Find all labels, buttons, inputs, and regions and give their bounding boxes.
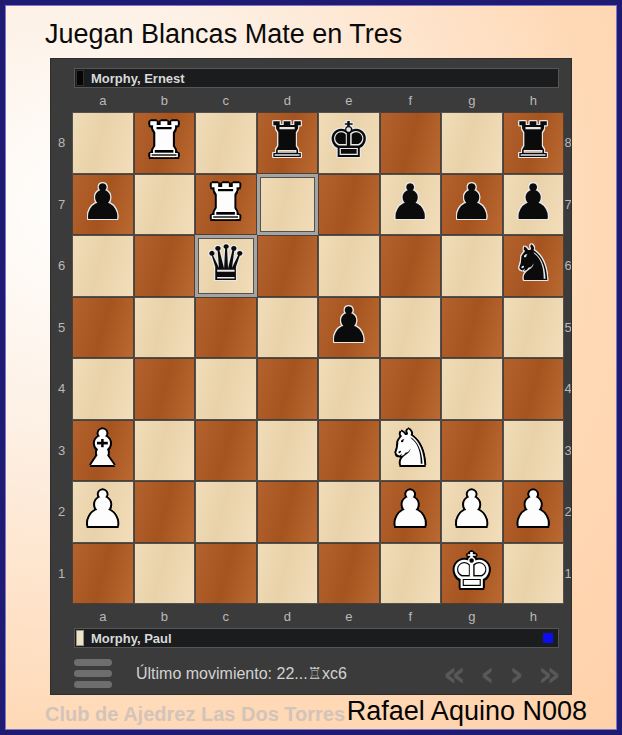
square-g5[interactable] bbox=[441, 297, 503, 359]
square-h1[interactable] bbox=[503, 543, 565, 605]
rank-labels-right: 87654321 bbox=[563, 112, 572, 604]
square-e2[interactable] bbox=[318, 481, 380, 543]
square-d7[interactable] bbox=[257, 174, 319, 236]
square-g4[interactable] bbox=[441, 358, 503, 420]
piece-white-pawn[interactable]: ♟ bbox=[450, 485, 494, 534]
square-b7[interactable] bbox=[134, 174, 196, 236]
file-label: e bbox=[318, 90, 380, 112]
file-label: f bbox=[380, 90, 442, 112]
piece-black-pawn[interactable]: ♟ bbox=[388, 178, 432, 227]
file-label: f bbox=[380, 606, 442, 628]
square-c2[interactable] bbox=[195, 481, 257, 543]
square-f3[interactable]: ♞ bbox=[380, 420, 442, 482]
rank-labels-left: 87654321 bbox=[51, 112, 72, 604]
file-label: g bbox=[441, 90, 503, 112]
piece-white-rook[interactable]: ♜ bbox=[204, 178, 248, 227]
file-labels-bottom: abcdefgh bbox=[72, 606, 564, 628]
square-g6[interactable] bbox=[441, 235, 503, 297]
rank-label: 8 bbox=[563, 112, 572, 174]
square-c5[interactable] bbox=[195, 297, 257, 359]
menu-icon[interactable] bbox=[74, 659, 112, 688]
square-c6[interactable]: ♛ bbox=[195, 235, 257, 297]
piece-black-knight[interactable]: ♞ bbox=[511, 239, 555, 288]
square-c3[interactable] bbox=[195, 420, 257, 482]
last-move-text: Último movimiento: 22...♖xc6 bbox=[136, 664, 347, 683]
piece-black-pawn[interactable]: ♟ bbox=[450, 178, 494, 227]
piece-black-rook[interactable]: ♜ bbox=[265, 116, 309, 165]
square-b5[interactable] bbox=[134, 297, 196, 359]
square-a6[interactable] bbox=[72, 235, 134, 297]
nav-last-button[interactable]: » bbox=[538, 656, 561, 692]
page-title: Juegan Blancas Mate en Tres bbox=[45, 19, 402, 50]
square-g2[interactable]: ♟ bbox=[441, 481, 503, 543]
white-side-marker bbox=[76, 630, 84, 646]
file-label: a bbox=[72, 606, 134, 628]
rank-label: 7 bbox=[563, 174, 572, 236]
move-navigation: « ‹ › » bbox=[443, 656, 561, 692]
piece-black-pawn[interactable]: ♟ bbox=[511, 178, 555, 227]
file-label: h bbox=[503, 606, 565, 628]
piece-white-bishop[interactable]: ♝ bbox=[81, 424, 125, 473]
square-g7[interactable]: ♟ bbox=[441, 174, 503, 236]
square-h6[interactable]: ♞ bbox=[503, 235, 565, 297]
piece-white-pawn[interactable]: ♟ bbox=[388, 485, 432, 534]
file-label: h bbox=[503, 90, 565, 112]
square-d2[interactable] bbox=[257, 481, 319, 543]
square-d3[interactable] bbox=[257, 420, 319, 482]
rank-label: 6 bbox=[51, 235, 72, 297]
file-label: a bbox=[72, 90, 134, 112]
square-h5[interactable] bbox=[503, 297, 565, 359]
square-b3[interactable] bbox=[134, 420, 196, 482]
rank-label: 1 bbox=[563, 543, 572, 605]
square-b2[interactable] bbox=[134, 481, 196, 543]
rank-label: 5 bbox=[563, 297, 572, 359]
rank-label: 2 bbox=[51, 481, 72, 543]
square-g8[interactable] bbox=[441, 112, 503, 174]
piece-white-knight[interactable]: ♞ bbox=[388, 424, 432, 473]
square-f1[interactable] bbox=[380, 543, 442, 605]
piece-black-rook[interactable]: ♜ bbox=[511, 116, 555, 165]
square-b8[interactable]: ♜ bbox=[134, 112, 196, 174]
rank-label: 3 bbox=[563, 420, 572, 482]
top-player-name: Morphy, Ernest bbox=[91, 71, 558, 86]
square-b6[interactable] bbox=[134, 235, 196, 297]
square-d8[interactable]: ♜ bbox=[257, 112, 319, 174]
square-d4[interactable] bbox=[257, 358, 319, 420]
top-player-bar: Morphy, Ernest bbox=[74, 68, 559, 88]
file-label: b bbox=[134, 90, 196, 112]
square-h8[interactable]: ♜ bbox=[503, 112, 565, 174]
square-a4[interactable] bbox=[72, 358, 134, 420]
square-h3[interactable] bbox=[503, 420, 565, 482]
rank-label: 8 bbox=[51, 112, 72, 174]
square-c1[interactable] bbox=[195, 543, 257, 605]
square-d6[interactable] bbox=[257, 235, 319, 297]
club-watermark: Club de Ajedrez Las Dos Torres bbox=[45, 703, 345, 726]
square-f5[interactable] bbox=[380, 297, 442, 359]
nav-next-button[interactable]: › bbox=[509, 656, 524, 692]
rank-label: 7 bbox=[51, 174, 72, 236]
square-a5[interactable] bbox=[72, 297, 134, 359]
square-f6[interactable] bbox=[380, 235, 442, 297]
page: Juegan Blancas Mate en Tres Morphy, Erne… bbox=[0, 0, 622, 735]
square-c4[interactable] bbox=[195, 358, 257, 420]
square-f8[interactable] bbox=[380, 112, 442, 174]
author-label: Rafael Aquino N008 bbox=[347, 696, 587, 727]
rank-label: 4 bbox=[563, 358, 572, 420]
square-e8[interactable]: ♚ bbox=[318, 112, 380, 174]
file-label: g bbox=[441, 606, 503, 628]
piece-white-king[interactable]: ♚ bbox=[450, 547, 494, 596]
rank-label: 3 bbox=[51, 420, 72, 482]
square-g1[interactable]: ♚ bbox=[441, 543, 503, 605]
square-e4[interactable] bbox=[318, 358, 380, 420]
piece-black-pawn[interactable]: ♟ bbox=[81, 178, 125, 227]
bottom-player-name: Morphy, Paul bbox=[91, 631, 543, 646]
square-a2[interactable]: ♟ bbox=[72, 481, 134, 543]
square-f2[interactable]: ♟ bbox=[380, 481, 442, 543]
piece-white-rook[interactable]: ♜ bbox=[142, 116, 186, 165]
rank-label: 6 bbox=[563, 235, 572, 297]
file-label: c bbox=[195, 606, 257, 628]
file-label: d bbox=[257, 90, 319, 112]
file-label: e bbox=[318, 606, 380, 628]
file-labels-top: abcdefgh bbox=[72, 90, 564, 112]
square-e1[interactable] bbox=[318, 543, 380, 605]
rank-label: 2 bbox=[563, 481, 572, 543]
square-e6[interactable] bbox=[318, 235, 380, 297]
file-label: d bbox=[257, 606, 319, 628]
bottom-player-bar: Morphy, Paul bbox=[74, 628, 559, 648]
square-a1[interactable] bbox=[72, 543, 134, 605]
piece-white-pawn[interactable]: ♟ bbox=[81, 485, 125, 534]
black-side-marker bbox=[76, 70, 84, 86]
square-a8[interactable] bbox=[72, 112, 134, 174]
piece-black-queen[interactable]: ♛ bbox=[204, 239, 248, 288]
status-bar: Último movimiento: 22...♖xc6 « ‹ › » bbox=[51, 651, 572, 695]
square-d5[interactable] bbox=[257, 297, 319, 359]
square-h7[interactable]: ♟ bbox=[503, 174, 565, 236]
square-b1[interactable] bbox=[134, 543, 196, 605]
nav-prev-button[interactable]: ‹ bbox=[480, 656, 495, 692]
nav-first-button[interactable]: « bbox=[443, 656, 466, 692]
square-d1[interactable] bbox=[257, 543, 319, 605]
square-a7[interactable]: ♟ bbox=[72, 174, 134, 236]
piece-black-pawn[interactable]: ♟ bbox=[327, 301, 371, 350]
square-a3[interactable]: ♝ bbox=[72, 420, 134, 482]
square-e3[interactable] bbox=[318, 420, 380, 482]
square-h4[interactable] bbox=[503, 358, 565, 420]
rank-label: 1 bbox=[51, 543, 72, 605]
chess-viewer-panel: Morphy, Ernest abcdefgh 87654321 8765432… bbox=[50, 58, 572, 695]
square-h2[interactable]: ♟ bbox=[503, 481, 565, 543]
square-b4[interactable] bbox=[134, 358, 196, 420]
square-c7[interactable]: ♜ bbox=[195, 174, 257, 236]
square-c8[interactable] bbox=[195, 112, 257, 174]
square-e7[interactable] bbox=[318, 174, 380, 236]
rank-label: 4 bbox=[51, 358, 72, 420]
turn-indicator bbox=[543, 633, 553, 643]
piece-black-king[interactable]: ♚ bbox=[327, 116, 371, 165]
square-e5[interactable]: ♟ bbox=[318, 297, 380, 359]
file-label: b bbox=[134, 606, 196, 628]
file-label: c bbox=[195, 90, 257, 112]
board: ♜♜♚♜♟♜♟♟♟♛♞♟♝♞♟♟♟♟♚ bbox=[72, 112, 564, 604]
rank-label: 5 bbox=[51, 297, 72, 359]
piece-white-pawn[interactable]: ♟ bbox=[511, 485, 555, 534]
square-f4[interactable] bbox=[380, 358, 442, 420]
square-f7[interactable]: ♟ bbox=[380, 174, 442, 236]
square-g3[interactable] bbox=[441, 420, 503, 482]
